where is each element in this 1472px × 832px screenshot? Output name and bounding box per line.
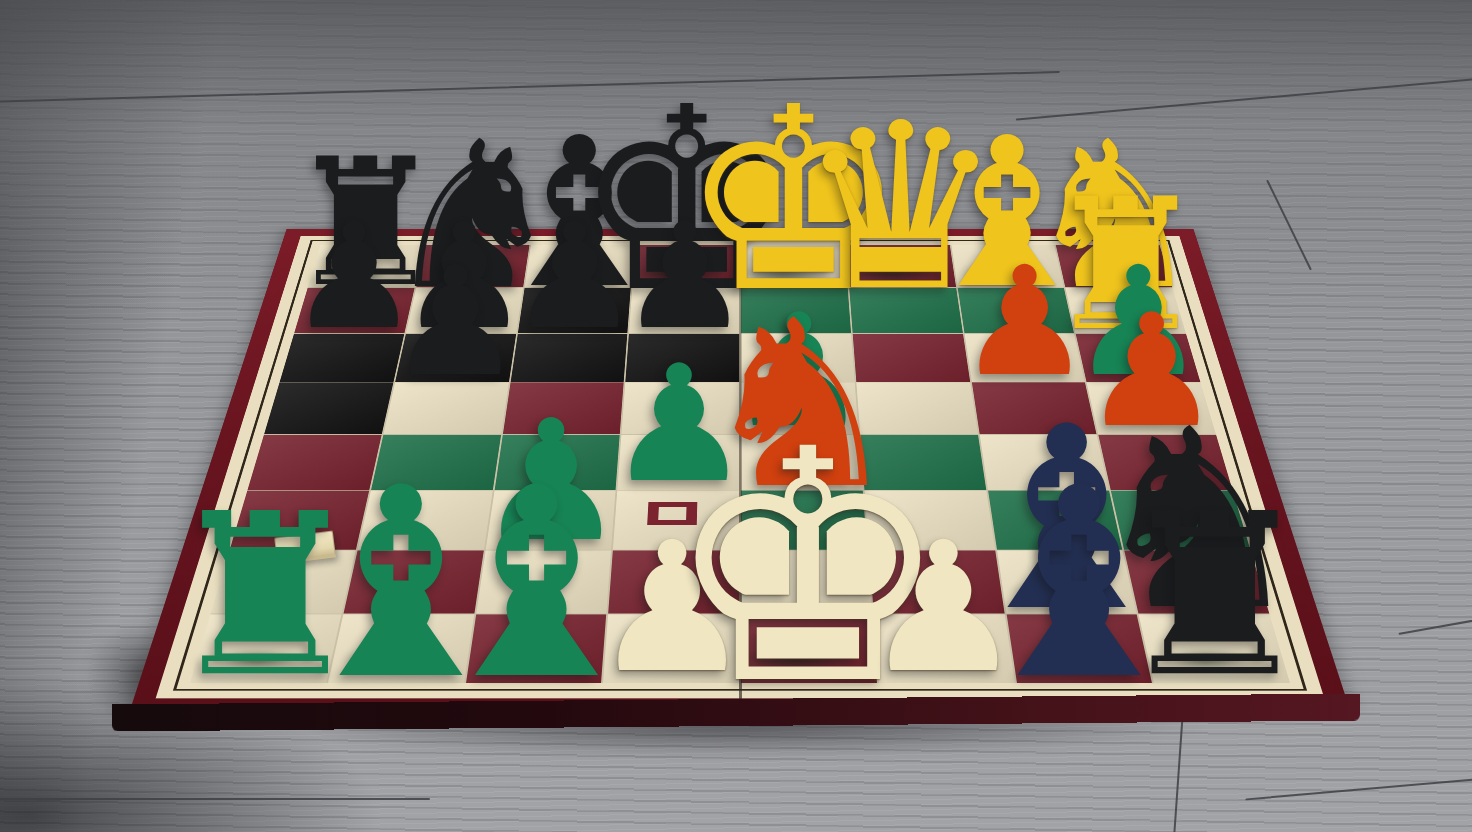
piece-black-rook-h1[interactable]: ♜ xyxy=(1114,484,1314,708)
piece-black-pawn-b6[interactable]: ♟ xyxy=(388,247,523,398)
wood-seam xyxy=(1399,617,1472,635)
square-a5[interactable] xyxy=(264,383,393,434)
wood-seam xyxy=(0,798,430,800)
wood-seam xyxy=(1266,180,1312,271)
chess-photo-scene: ♜♞♝♚♚♛♝♞♜♟♟♟♟♟♟♟♟♟♟♞♟♝♞♜♝♝♟♚♟♝♜ xyxy=(0,0,1472,832)
wood-seam xyxy=(1245,778,1472,801)
